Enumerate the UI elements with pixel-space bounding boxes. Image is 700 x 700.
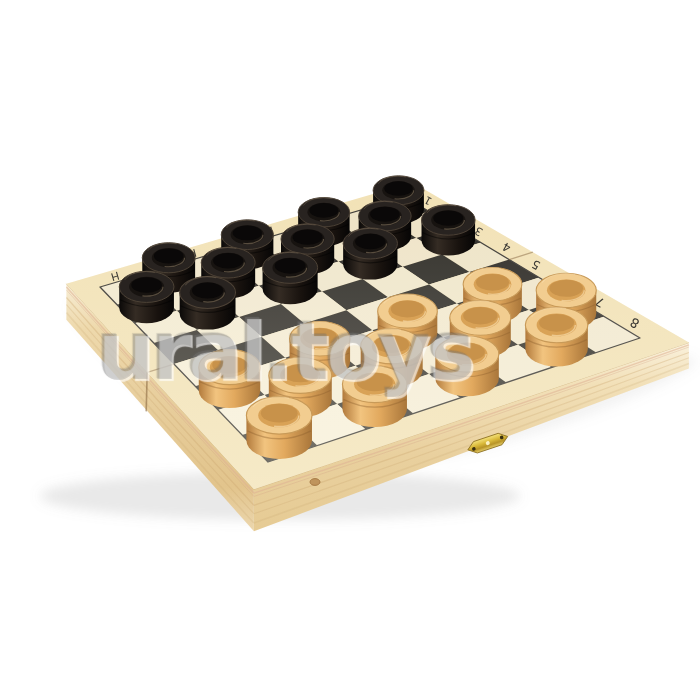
piece-dark-g3: [180, 277, 236, 330]
piece-dark-e3: [263, 252, 318, 304]
wood-knot: [310, 479, 320, 486]
checkers-board: ABCDEFGH12345678: [0, 0, 700, 700]
piece-light-b8: [525, 307, 587, 366]
piece-dark-a3: [422, 205, 476, 256]
product-photo-checkers-set: ABCDEFGH12345678 ural.toys: [0, 0, 700, 700]
piece-light-f8: [342, 366, 407, 427]
piece-dark-h2: [119, 271, 174, 323]
piece-dark-c3: [343, 228, 397, 280]
fold-seam-rim: [146, 372, 147, 411]
piece-light-h8: [246, 397, 312, 459]
piece-light-d8: [435, 336, 498, 396]
piece-light-h6: [199, 350, 260, 408]
